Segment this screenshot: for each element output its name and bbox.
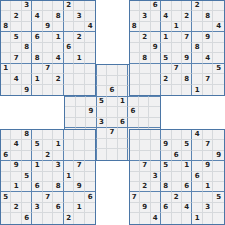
cell-bottom_left-r3c7[interactable] <box>64 151 74 161</box>
cell-bottom_right-r3c8[interactable] <box>203 151 213 161</box>
cell-center-r6c3[interactable] <box>86 118 96 128</box>
cell-bottom_left-r7c6[interactable] <box>53 192 63 202</box>
cell-bottom_left-r8c3[interactable] <box>22 203 32 213</box>
cell-bottom_right-r1c5[interactable] <box>172 130 183 140</box>
cell-top_right-r7c3[interactable] <box>151 64 161 74</box>
cell-center-r1c4[interactable] <box>97 65 107 75</box>
cell-center-r6c8[interactable] <box>139 118 149 128</box>
cell-bottom_right-r6c9[interactable] <box>213 182 224 192</box>
cell-top_right-r9c2[interactable] <box>140 85 150 96</box>
cell-bottom_right-r3c2[interactable] <box>140 151 150 161</box>
cell-bottom_right-r1c7[interactable]: 4 <box>192 130 202 140</box>
cell-bottom_right-r9c6[interactable] <box>182 213 192 224</box>
cell-bottom_right-r9c4[interactable] <box>161 213 171 224</box>
cell-center-r4c2[interactable] <box>76 97 86 107</box>
cell-top_right-r9c4[interactable] <box>161 85 171 96</box>
cell-bottom_left-r3c9[interactable] <box>85 151 96 161</box>
cell-bottom_right-r4c2[interactable]: 7 <box>140 161 150 171</box>
cell-top_right-r1c6[interactable] <box>182 1 192 11</box>
cell-bottom_left-r3c1[interactable]: 6 <box>1 151 11 161</box>
cell-bottom_right-r8c3[interactable] <box>151 203 161 213</box>
cell-top_right-r1c4[interactable] <box>161 1 171 11</box>
cell-center-r2c6[interactable] <box>118 76 128 86</box>
cell-bottom_left-r7c2[interactable] <box>11 192 21 202</box>
cell-top_left-r1c9[interactable] <box>85 1 96 11</box>
cell-center-r5c4[interactable] <box>97 107 107 118</box>
cell-bottom_left-r1c7[interactable] <box>64 130 74 140</box>
cell-top_right-r5c6[interactable] <box>182 43 192 54</box>
cell-bottom_right-r2c3[interactable] <box>151 140 161 150</box>
cell-top_right-r1c2[interactable] <box>140 1 150 11</box>
cell-bottom_left-r1c6[interactable] <box>53 130 63 140</box>
cell-bottom_right-r5c5[interactable] <box>172 172 183 183</box>
cell-bottom_left-r1c9[interactable] <box>85 130 96 140</box>
cell-top_left-r1c6[interactable] <box>53 1 63 11</box>
cell-top_right-r5c2[interactable] <box>140 43 150 54</box>
cell-bottom_right-r4c4[interactable]: 5 <box>161 161 171 171</box>
cell-top_right-r4c4[interactable]: 1 <box>161 32 171 42</box>
cell-center-r4c6[interactable]: 1 <box>118 97 128 107</box>
cell-center-r9c6[interactable] <box>118 149 128 160</box>
cell-bottom_left-r6c5[interactable] <box>43 182 54 192</box>
cell-top_left-r7c8[interactable] <box>74 64 84 74</box>
cell-bottom_left-r5c8[interactable] <box>74 172 84 183</box>
cell-top_right-r2c7[interactable] <box>192 11 202 21</box>
cell-bottom_right-r2c5[interactable] <box>172 140 183 150</box>
cell-top_left-r4c5[interactable] <box>43 32 54 42</box>
cell-center-r2c4[interactable] <box>97 76 107 86</box>
cell-top_right-r4c3[interactable] <box>151 32 161 42</box>
cell-bottom_left-r2c3[interactable] <box>22 140 32 150</box>
cell-top_right-r5c3[interactable]: 9 <box>151 43 161 54</box>
cell-bottom_right-r1c8[interactable] <box>203 130 213 140</box>
cell-top_left-r2c3[interactable] <box>22 11 32 21</box>
cell-center-r3c5[interactable]: 6 <box>107 86 118 96</box>
cell-top_left-r7c6[interactable] <box>53 64 63 74</box>
cell-top_left-r2c9[interactable] <box>85 11 96 21</box>
cell-bottom_left-r7c4[interactable] <box>32 192 42 202</box>
cell-top_left-r6c5[interactable] <box>43 53 54 63</box>
cell-top_left-r6c3[interactable] <box>22 53 32 63</box>
cell-bottom_right-r3c6[interactable] <box>182 151 192 161</box>
cell-top_right-r8c1[interactable] <box>130 74 140 84</box>
cell-top_left-r4c7[interactable] <box>64 32 74 42</box>
cell-top_right-r1c1[interactable] <box>130 1 140 11</box>
cell-center-r5c7[interactable]: 6 <box>128 107 138 118</box>
cell-bottom_left-r9c5[interactable] <box>43 213 54 224</box>
cell-center-r3c4[interactable] <box>97 86 107 96</box>
cell-top_right-r7c5[interactable]: 7 <box>172 64 183 74</box>
cell-top_right-r4c6[interactable]: 7 <box>182 32 192 42</box>
cell-top_left-r9c3[interactable]: 9 <box>22 85 32 96</box>
cell-bottom_left-r9c4[interactable] <box>32 213 42 224</box>
cell-bottom_right-r7c5[interactable]: 2 <box>172 192 183 202</box>
cell-bottom_left-r6c4[interactable]: 6 <box>32 182 42 192</box>
cell-bottom_left-r2c6[interactable]: 1 <box>53 140 63 150</box>
cell-top_right-r8c9[interactable] <box>213 74 224 84</box>
cell-bottom_left-r4c7[interactable] <box>64 161 74 171</box>
cell-top_left-r8c6[interactable]: 2 <box>53 74 63 84</box>
cell-top_right-r6c2[interactable]: 8 <box>140 53 150 63</box>
cell-bottom_right-r2c2[interactable] <box>140 140 150 150</box>
cell-top_left-r9c7[interactable] <box>64 85 74 96</box>
cell-bottom_left-r4c4[interactable]: 1 <box>32 161 42 171</box>
cell-top_left-r1c2[interactable] <box>11 1 21 11</box>
cell-top_right-r6c1[interactable] <box>130 53 140 63</box>
cell-top_right-r3c2[interactable] <box>140 22 150 32</box>
cell-bottom_left-r9c1[interactable] <box>1 213 11 224</box>
cell-top_left-r7c7[interactable] <box>64 64 74 74</box>
cell-bottom_left-r2c4[interactable]: 5 <box>32 140 42 150</box>
cell-top_right-r2c1[interactable] <box>130 11 140 21</box>
cell-top_right-r5c8[interactable] <box>203 43 213 54</box>
cell-bottom_right-r9c3[interactable]: 4 <box>151 213 161 224</box>
cell-top_left-r1c8[interactable] <box>74 1 84 11</box>
cell-center-r5c8[interactable] <box>139 107 149 118</box>
cell-bottom_left-r6c9[interactable] <box>85 182 96 192</box>
cell-bottom_right-r8c9[interactable] <box>213 203 224 213</box>
cell-top_right-r7c6[interactable] <box>182 64 192 74</box>
cell-bottom_right-r3c4[interactable] <box>161 151 171 161</box>
cell-top_left-r6c7[interactable] <box>64 53 74 63</box>
cell-top_left-r9c2[interactable] <box>11 85 21 96</box>
cell-top_right-r8c6[interactable]: 8 <box>182 74 192 84</box>
cell-bottom_right-r6c6[interactable]: 6 <box>182 182 192 192</box>
cell-bottom_right-r7c8[interactable] <box>203 192 213 202</box>
cell-top_right-r3c6[interactable] <box>182 22 192 32</box>
cell-bottom_left-r8c7[interactable] <box>64 203 74 213</box>
cell-top_right-r6c7[interactable] <box>192 53 202 63</box>
cell-top_right-r9c1[interactable] <box>130 85 140 96</box>
cell-top_right-r1c5[interactable] <box>172 1 183 11</box>
cell-bottom_left-r7c7[interactable] <box>64 192 74 202</box>
cell-center-r5c5[interactable] <box>107 107 118 118</box>
cell-top_right-r3c3[interactable] <box>151 22 161 32</box>
cell-top_right-r5c4[interactable] <box>161 43 171 54</box>
cell-top_right-r6c4[interactable]: 5 <box>161 53 171 63</box>
cell-bottom_left-r2c7[interactable] <box>64 140 74 150</box>
cell-bottom_left-r3c2[interactable] <box>11 151 21 161</box>
cell-bottom_left-r4c2[interactable]: 9 <box>11 161 21 171</box>
cell-bottom_left-r9c8[interactable] <box>74 213 84 224</box>
cell-top_left-r4c1[interactable] <box>1 32 11 42</box>
cell-bottom_left-r4c5[interactable] <box>43 161 54 171</box>
cell-bottom_right-r5c6[interactable] <box>182 172 192 183</box>
cell-bottom_left-r4c3[interactable] <box>22 161 32 171</box>
cell-bottom_left-r3c6[interactable] <box>53 151 63 161</box>
cell-top_left-r2c5[interactable] <box>43 11 54 21</box>
cell-top_right-r9c8[interactable] <box>203 85 213 96</box>
cell-bottom_right-r3c5[interactable]: 6 <box>172 151 183 161</box>
cell-bottom_right-r5c3[interactable]: 3 <box>151 172 161 183</box>
cell-center-r9c5[interactable] <box>107 149 118 160</box>
cell-top_left-r4c4[interactable]: 6 <box>32 32 42 42</box>
cell-top_right-r8c3[interactable] <box>151 74 161 84</box>
cell-top_right-r4c1[interactable] <box>130 32 140 42</box>
cell-top_left-r4c9[interactable] <box>85 32 96 42</box>
cell-top_left-r9c6[interactable] <box>53 85 63 96</box>
cell-bottom_right-r8c5[interactable] <box>172 203 183 213</box>
cell-center-r9c4[interactable] <box>97 149 107 160</box>
cell-bottom_left-r7c5[interactable]: 7 <box>43 192 54 202</box>
cell-bottom_right-r9c7[interactable]: 1 <box>192 213 202 224</box>
cell-top_left-r3c8[interactable] <box>74 22 84 32</box>
cell-bottom_left-r3c3[interactable] <box>22 151 32 161</box>
cell-bottom_right-r4c6[interactable]: 1 <box>182 161 192 171</box>
cell-center-r5c3[interactable]: 9 <box>86 107 96 118</box>
cell-top_left-r8c9[interactable] <box>85 74 96 84</box>
cell-top_left-r8c1[interactable] <box>1 74 11 84</box>
cell-bottom_right-r1c6[interactable] <box>182 130 192 140</box>
cell-top_right-r7c4[interactable] <box>161 64 171 74</box>
cell-bottom_left-r8c1[interactable] <box>1 203 11 213</box>
cell-bottom_right-r1c2[interactable] <box>140 130 150 140</box>
cell-bottom_left-r7c8[interactable] <box>74 192 84 202</box>
cell-bottom_right-r1c1[interactable] <box>130 130 140 140</box>
cell-bottom_left-r6c8[interactable]: 9 <box>74 182 84 192</box>
cell-top_right-r3c7[interactable] <box>192 22 202 32</box>
cell-bottom_right-r5c8[interactable] <box>203 172 213 183</box>
cell-bottom_left-r8c6[interactable]: 6 <box>53 203 63 213</box>
cell-top_right-r4c7[interactable] <box>192 32 202 42</box>
cell-bottom_right-r7c2[interactable] <box>140 192 150 202</box>
cell-top_right-r4c9[interactable] <box>213 32 224 42</box>
cell-top_left-r7c5[interactable]: 7 <box>43 64 54 74</box>
cell-bottom_right-r6c1[interactable] <box>130 182 140 192</box>
cell-bottom_left-r1c3[interactable]: 8 <box>22 130 32 140</box>
cell-center-r6c6[interactable]: 6 <box>118 118 128 128</box>
cell-center-r5c1[interactable] <box>65 107 75 118</box>
cell-top_right-r1c7[interactable]: 2 <box>192 1 202 11</box>
cell-bottom_left-r9c2[interactable] <box>11 213 21 224</box>
cell-top_left-r5c3[interactable]: 8 <box>22 43 32 54</box>
cell-bottom_right-r3c1[interactable] <box>130 151 140 161</box>
cell-bottom_right-r4c3[interactable] <box>151 161 161 171</box>
cell-bottom_right-r5c2[interactable] <box>140 172 150 183</box>
cell-bottom_left-r5c6[interactable] <box>53 172 63 183</box>
cell-top_left-r5c9[interactable] <box>85 43 96 54</box>
cell-top_right-r1c3[interactable]: 6 <box>151 1 161 11</box>
cell-top_left-r4c6[interactable]: 1 <box>53 32 63 42</box>
cell-bottom_left-r1c4[interactable] <box>32 130 42 140</box>
cell-top_right-r7c9[interactable]: 5 <box>213 64 224 74</box>
cell-top_left-r7c1[interactable]: 1 <box>1 64 11 74</box>
cell-bottom_left-r5c3[interactable]: 5 <box>22 172 32 183</box>
cell-center-r6c5[interactable] <box>107 118 118 128</box>
cell-top_left-r4c3[interactable] <box>22 32 32 42</box>
cell-top_left-r6c6[interactable]: 4 <box>53 53 63 63</box>
cell-center-r6c2[interactable] <box>76 118 86 128</box>
cell-bottom_right-r1c9[interactable] <box>213 130 224 140</box>
cell-top_right-r6c8[interactable]: 4 <box>203 53 213 63</box>
cell-center-r6c9[interactable] <box>149 118 160 128</box>
cell-bottom_right-r6c5[interactable] <box>172 182 183 192</box>
cell-center-r2c5[interactable] <box>107 76 118 86</box>
cell-bottom_left-r4c8[interactable]: 7 <box>74 161 84 171</box>
cell-top_right-r7c8[interactable] <box>203 64 213 74</box>
cell-top_right-r9c3[interactable] <box>151 85 161 96</box>
cell-top_left-r8c3[interactable] <box>22 74 32 84</box>
cell-top_right-r7c7[interactable] <box>192 64 202 74</box>
cell-center-r7c4[interactable] <box>97 128 107 138</box>
cell-top_right-r5c5[interactable] <box>172 43 183 54</box>
cell-bottom_right-r8c7[interactable] <box>192 203 202 213</box>
cell-bottom_right-r7c3[interactable] <box>151 192 161 202</box>
cell-center-r4c1[interactable] <box>65 97 75 107</box>
cell-bottom_left-r1c2[interactable] <box>11 130 21 140</box>
cell-bottom_left-r5c5[interactable] <box>43 172 54 183</box>
cell-top_left-r3c5[interactable]: 9 <box>43 22 54 32</box>
cell-bottom_right-r2c8[interactable]: 7 <box>203 140 213 150</box>
cell-center-r5c9[interactable] <box>149 107 160 118</box>
cell-bottom_left-r6c7[interactable] <box>64 182 74 192</box>
cell-top_right-r8c4[interactable]: 2 <box>161 74 171 84</box>
cell-top_right-r9c6[interactable] <box>182 85 192 96</box>
cell-bottom_right-r7c7[interactable] <box>192 192 202 202</box>
cell-top_left-r1c7[interactable]: 2 <box>64 1 74 11</box>
cell-bottom_left-r5c2[interactable] <box>11 172 21 183</box>
cell-center-r5c6[interactable] <box>118 107 128 118</box>
cell-bottom_left-r9c9[interactable] <box>85 213 96 224</box>
cell-top_right-r5c9[interactable] <box>213 43 224 54</box>
cell-top_left-r9c1[interactable] <box>1 85 11 96</box>
cell-bottom_right-r4c1[interactable] <box>130 161 140 171</box>
cell-bottom_left-r4c6[interactable]: 3 <box>53 161 63 171</box>
cell-top_right-r9c7[interactable]: 1 <box>192 85 202 96</box>
cell-top_left-r2c4[interactable]: 4 <box>32 11 42 21</box>
cell-top_right-r4c8[interactable]: 9 <box>203 32 213 42</box>
cell-bottom_left-r1c1[interactable] <box>1 130 11 140</box>
cell-bottom_right-r2c4[interactable]: 9 <box>161 140 171 150</box>
cell-top_right-r1c9[interactable] <box>213 1 224 11</box>
cell-top_left-r5c6[interactable] <box>53 43 63 54</box>
cell-center-r8c4[interactable] <box>97 139 107 149</box>
cell-top_right-r1c8[interactable] <box>203 1 213 11</box>
cell-top_right-r8c2[interactable] <box>140 74 150 84</box>
cell-bottom_left-r9c6[interactable] <box>53 213 63 224</box>
cell-top_left-r6c8[interactable]: 1 <box>74 53 84 63</box>
cell-bottom_right-r8c6[interactable]: 4 <box>182 203 192 213</box>
cell-bottom_left-r7c9[interactable]: 6 <box>85 192 96 202</box>
cell-top_left-r8c2[interactable]: 4 <box>11 74 21 84</box>
cell-top_right-r4c5[interactable] <box>172 32 183 42</box>
cell-top_right-r7c1[interactable] <box>130 64 140 74</box>
cell-top_left-r5c1[interactable] <box>1 43 11 54</box>
cell-top_right-r8c8[interactable]: 7 <box>203 74 213 84</box>
cell-top_right-r2c4[interactable]: 4 <box>161 11 171 21</box>
cell-bottom_right-r7c4[interactable] <box>161 192 171 202</box>
cell-bottom_right-r8c1[interactable] <box>130 203 140 213</box>
cell-bottom_left-r1c8[interactable] <box>74 130 84 140</box>
cell-bottom_right-r9c1[interactable] <box>130 213 140 224</box>
cell-top_right-r4c2[interactable]: 2 <box>140 32 150 42</box>
cell-bottom_right-r8c2[interactable]: 9 <box>140 203 150 213</box>
cell-top_left-r2c8[interactable]: 3 <box>74 11 84 21</box>
cell-bottom_right-r8c8[interactable]: 3 <box>203 203 213 213</box>
cell-bottom_left-r6c3[interactable] <box>22 182 32 192</box>
cell-bottom_left-r5c7[interactable]: 1 <box>64 172 74 183</box>
cell-bottom_right-r8c4[interactable]: 6 <box>161 203 171 213</box>
cell-bottom_right-r7c6[interactable] <box>182 192 192 202</box>
cell-top_left-r2c7[interactable] <box>64 11 74 21</box>
cell-center-r1c6[interactable] <box>118 65 128 75</box>
cell-top_right-r6c3[interactable] <box>151 53 161 63</box>
cell-top_left-r3c3[interactable] <box>22 22 32 32</box>
cell-bottom_left-r6c2[interactable]: 1 <box>11 182 21 192</box>
cell-top_left-r3c1[interactable]: 8 <box>1 22 11 32</box>
cell-center-r6c1[interactable] <box>65 118 75 128</box>
cell-center-r4c3[interactable] <box>86 97 96 107</box>
cell-top_right-r8c5[interactable] <box>172 74 183 84</box>
cell-center-r4c9[interactable] <box>149 97 160 107</box>
cell-center-r8c5[interactable] <box>107 139 118 149</box>
cell-bottom_left-r5c9[interactable] <box>85 172 96 183</box>
cell-bottom_right-r5c9[interactable] <box>213 172 224 183</box>
cell-bottom_left-r4c1[interactable] <box>1 161 11 171</box>
cell-bottom_left-r4c9[interactable] <box>85 161 96 171</box>
cell-center-r4c8[interactable] <box>139 97 149 107</box>
cell-top_right-r6c6[interactable]: 9 <box>182 53 192 63</box>
cell-bottom_left-r3c4[interactable] <box>32 151 42 161</box>
cell-bottom_left-r2c1[interactable] <box>1 140 11 150</box>
cell-center-r4c4[interactable]: 5 <box>97 97 107 107</box>
cell-top_left-r2c1[interactable] <box>1 11 11 21</box>
cell-top_left-r7c3[interactable] <box>22 64 32 74</box>
cell-bottom_right-r1c4[interactable] <box>161 130 171 140</box>
cell-bottom_right-r3c9[interactable]: 9 <box>213 151 224 161</box>
cell-bottom_left-r9c7[interactable]: 2 <box>64 213 74 224</box>
cell-top_right-r9c9[interactable] <box>213 85 224 96</box>
cell-bottom_left-r2c2[interactable]: 4 <box>11 140 21 150</box>
cell-bottom_left-r5c1[interactable] <box>1 172 11 183</box>
cell-top_left-r6c9[interactable] <box>85 53 96 63</box>
cell-top_left-r9c4[interactable] <box>32 85 42 96</box>
cell-bottom_left-r8c9[interactable] <box>85 203 96 213</box>
cell-bottom_right-r7c1[interactable]: 7 <box>130 192 140 202</box>
cell-top_right-r3c5[interactable]: 1 <box>172 22 183 32</box>
cell-bottom_right-r5c4[interactable] <box>161 172 171 183</box>
cell-bottom_right-r4c8[interactable]: 9 <box>203 161 213 171</box>
cell-bottom_right-r2c9[interactable] <box>213 140 224 150</box>
cell-top_right-r2c3[interactable] <box>151 11 161 21</box>
cell-top_left-r1c3[interactable]: 3 <box>22 1 32 11</box>
cell-top_left-r5c8[interactable] <box>74 43 84 54</box>
cell-bottom_right-r9c5[interactable] <box>172 213 183 224</box>
cell-bottom_left-r5c4[interactable] <box>32 172 42 183</box>
cell-top_left-r6c4[interactable]: 8 <box>32 53 42 63</box>
cell-top_right-r5c1[interactable] <box>130 43 140 54</box>
cell-bottom_left-r2c9[interactable] <box>85 140 96 150</box>
cell-bottom_right-r6c4[interactable]: 8 <box>161 182 171 192</box>
cell-bottom_right-r5c1[interactable] <box>130 172 140 183</box>
cell-center-r4c5[interactable] <box>107 97 118 107</box>
cell-bottom_left-r2c8[interactable] <box>74 140 84 150</box>
cell-bottom_left-r8c4[interactable]: 3 <box>32 203 42 213</box>
cell-top_right-r2c9[interactable] <box>213 11 224 21</box>
cell-top_left-r8c8[interactable] <box>74 74 84 84</box>
cell-top_left-r9c8[interactable] <box>74 85 84 96</box>
cell-top_left-r7c9[interactable] <box>85 64 96 74</box>
cell-top_left-r1c4[interactable] <box>32 1 42 11</box>
cell-bottom_right-r9c9[interactable] <box>213 213 224 224</box>
cell-center-r5c2[interactable] <box>76 107 86 118</box>
cell-top_right-r2c2[interactable]: 3 <box>140 11 150 21</box>
cell-bottom_left-r8c5[interactable] <box>43 203 54 213</box>
cell-bottom_left-r7c1[interactable]: 5 <box>1 192 11 202</box>
cell-center-r1c5[interactable] <box>107 65 118 75</box>
cell-center-r6c7[interactable] <box>128 118 138 128</box>
cell-top_left-r1c5[interactable] <box>43 1 54 11</box>
